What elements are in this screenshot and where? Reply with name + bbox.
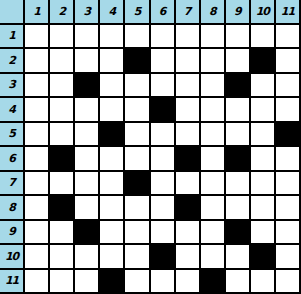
cell-r8c4[interactable] — [100, 196, 123, 219]
cell-r5c10[interactable] — [251, 123, 274, 146]
cell-r7c6[interactable] — [151, 172, 174, 195]
cell-r8c1[interactable] — [25, 196, 48, 219]
blocked-cell-r11c8 — [201, 270, 224, 293]
cell-r10c7[interactable] — [176, 245, 199, 268]
blocked-cell-r11c4 — [100, 270, 123, 293]
row-header-5: 5 — [0, 123, 23, 146]
cell-r1c11[interactable] — [276, 25, 299, 48]
cell-r3c5[interactable] — [125, 74, 148, 97]
cell-r3c6[interactable] — [151, 74, 174, 97]
cell-r11c7[interactable] — [176, 270, 199, 293]
cell-r3c11[interactable] — [276, 74, 299, 97]
cell-r9c6[interactable] — [151, 221, 174, 244]
cell-r1c4[interactable] — [100, 25, 123, 48]
row-header-6: 6 — [0, 147, 23, 170]
cell-r4c1[interactable] — [25, 98, 48, 121]
cell-r5c5[interactable] — [125, 123, 148, 146]
cell-r11c11[interactable] — [276, 270, 299, 293]
row-header-9: 9 — [0, 221, 23, 244]
cell-r5c2[interactable] — [50, 123, 73, 146]
blocked-cell-r3c9 — [226, 74, 249, 97]
cell-r7c1[interactable] — [25, 172, 48, 195]
cell-r7c8[interactable] — [201, 172, 224, 195]
cell-r10c9[interactable] — [226, 245, 249, 268]
blocked-cell-r8c7 — [176, 196, 199, 219]
blocked-cell-r10c6 — [151, 245, 174, 268]
cell-r1c7[interactable] — [176, 25, 199, 48]
cell-r11c2[interactable] — [50, 270, 73, 293]
cell-r2c4[interactable] — [100, 49, 123, 72]
cell-r6c6[interactable] — [151, 147, 174, 170]
col-header-8: 8 — [201, 0, 224, 23]
blocked-cell-r7c5 — [125, 172, 148, 195]
cell-r2c11[interactable] — [276, 49, 299, 72]
cell-r11c1[interactable] — [25, 270, 48, 293]
cell-r6c10[interactable] — [251, 147, 274, 170]
cell-r2c9[interactable] — [226, 49, 249, 72]
cell-r1c2[interactable] — [50, 25, 73, 48]
cell-r3c8[interactable] — [201, 74, 224, 97]
cell-r11c10[interactable] — [251, 270, 274, 293]
cell-r11c9[interactable] — [226, 270, 249, 293]
cell-r1c8[interactable] — [201, 25, 224, 48]
cell-r8c6[interactable] — [151, 196, 174, 219]
blocked-cell-r6c7 — [176, 147, 199, 170]
cell-r2c6[interactable] — [151, 49, 174, 72]
cell-r5c7[interactable] — [176, 123, 199, 146]
col-header-11: 11 — [276, 0, 299, 23]
cell-r5c1[interactable] — [25, 123, 48, 146]
cell-r10c5[interactable] — [125, 245, 148, 268]
blocked-cell-r2c10 — [251, 49, 274, 72]
col-header-3: 3 — [75, 0, 98, 23]
blocked-cell-r5c4 — [100, 123, 123, 146]
cell-r11c3[interactable] — [75, 270, 98, 293]
cell-r4c2[interactable] — [50, 98, 73, 121]
cell-r2c8[interactable] — [201, 49, 224, 72]
cell-r8c9[interactable] — [226, 196, 249, 219]
row-header-4: 4 — [0, 98, 23, 121]
cell-r1c3[interactable] — [75, 25, 98, 48]
cell-r7c11[interactable] — [276, 172, 299, 195]
cell-r4c5[interactable] — [125, 98, 148, 121]
row-header-7: 7 — [0, 172, 23, 195]
blocked-cell-r9c9 — [226, 221, 249, 244]
cell-r7c10[interactable] — [251, 172, 274, 195]
cell-r5c3[interactable] — [75, 123, 98, 146]
blocked-cell-r5c11 — [276, 123, 299, 146]
cell-r6c5[interactable] — [125, 147, 148, 170]
cell-r6c3[interactable] — [75, 147, 98, 170]
cell-r10c8[interactable] — [201, 245, 224, 268]
cell-r8c3[interactable] — [75, 196, 98, 219]
cell-r10c1[interactable] — [25, 245, 48, 268]
cell-r9c11[interactable] — [276, 221, 299, 244]
col-header-4: 4 — [100, 0, 123, 23]
cell-r7c2[interactable] — [50, 172, 73, 195]
cell-r1c1[interactable] — [25, 25, 48, 48]
cell-r3c2[interactable] — [50, 74, 73, 97]
cell-r5c6[interactable] — [151, 123, 174, 146]
cell-r5c8[interactable] — [201, 123, 224, 146]
cell-r9c4[interactable] — [100, 221, 123, 244]
blocked-cell-r10c10 — [251, 245, 274, 268]
col-header-1: 1 — [25, 0, 48, 23]
cell-r1c9[interactable] — [226, 25, 249, 48]
blocked-cell-r4c6 — [151, 98, 174, 121]
blocked-cell-r2c5 — [125, 49, 148, 72]
cell-r7c3[interactable] — [75, 172, 98, 195]
cell-r11c5[interactable] — [125, 270, 148, 293]
crossword-board: 12345678910111234567891011 — [0, 0, 301, 294]
cell-r4c11[interactable] — [276, 98, 299, 121]
row-header-8: 8 — [0, 196, 23, 219]
cell-r9c5[interactable] — [125, 221, 148, 244]
cell-r1c10[interactable] — [251, 25, 274, 48]
cell-r3c1[interactable] — [25, 74, 48, 97]
row-header-3: 3 — [0, 74, 23, 97]
cell-r11c6[interactable] — [151, 270, 174, 293]
cell-r9c8[interactable] — [201, 221, 224, 244]
cell-r6c1[interactable] — [25, 147, 48, 170]
corner-cell — [0, 0, 23, 23]
blocked-cell-r8c2 — [50, 196, 73, 219]
cell-r4c8[interactable] — [201, 98, 224, 121]
cell-r3c4[interactable] — [100, 74, 123, 97]
cell-r9c7[interactable] — [176, 221, 199, 244]
cell-r9c1[interactable] — [25, 221, 48, 244]
cell-r6c8[interactable] — [201, 147, 224, 170]
col-header-10: 10 — [251, 0, 274, 23]
cell-r2c2[interactable] — [50, 49, 73, 72]
cell-r8c8[interactable] — [201, 196, 224, 219]
cell-r2c3[interactable] — [75, 49, 98, 72]
cell-r6c11[interactable] — [276, 147, 299, 170]
blocked-cell-r9c3 — [75, 221, 98, 244]
cell-r1c5[interactable] — [125, 25, 148, 48]
cell-r4c4[interactable] — [100, 98, 123, 121]
cell-r2c7[interactable] — [176, 49, 199, 72]
row-header-2: 2 — [0, 49, 23, 72]
cell-r6c4[interactable] — [100, 147, 123, 170]
cell-r5c9[interactable] — [226, 123, 249, 146]
cell-r10c4[interactable] — [100, 245, 123, 268]
cell-r4c9[interactable] — [226, 98, 249, 121]
cell-r3c7[interactable] — [176, 74, 199, 97]
cell-r8c5[interactable] — [125, 196, 148, 219]
col-header-9: 9 — [226, 0, 249, 23]
cell-r10c3[interactable] — [75, 245, 98, 268]
cell-r10c11[interactable] — [276, 245, 299, 268]
col-header-7: 7 — [176, 0, 199, 23]
cell-r7c4[interactable] — [100, 172, 123, 195]
row-header-1: 1 — [0, 25, 23, 48]
col-header-6: 6 — [151, 0, 174, 23]
cell-r2c1[interactable] — [25, 49, 48, 72]
row-header-11: 11 — [0, 270, 23, 293]
cell-r7c9[interactable] — [226, 172, 249, 195]
cell-r4c10[interactable] — [251, 98, 274, 121]
cell-r8c11[interactable] — [276, 196, 299, 219]
cell-r3c10[interactable] — [251, 74, 274, 97]
col-header-5: 5 — [125, 0, 148, 23]
cell-r8c10[interactable] — [251, 196, 274, 219]
row-header-10: 10 — [0, 245, 23, 268]
blocked-cell-r3c3 — [75, 74, 98, 97]
cell-r4c7[interactable] — [176, 98, 199, 121]
cell-r4c3[interactable] — [75, 98, 98, 121]
cell-r10c2[interactable] — [50, 245, 73, 268]
col-header-2: 2 — [50, 0, 73, 23]
cell-r9c10[interactable] — [251, 221, 274, 244]
blocked-cell-r6c9 — [226, 147, 249, 170]
cell-r1c6[interactable] — [151, 25, 174, 48]
cell-r9c2[interactable] — [50, 221, 73, 244]
blocked-cell-r6c2 — [50, 147, 73, 170]
cell-r7c7[interactable] — [176, 172, 199, 195]
